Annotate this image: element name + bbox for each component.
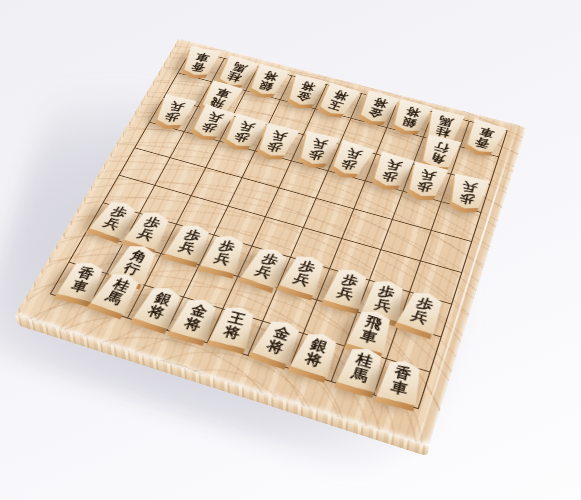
square-2f[interactable]	[370, 250, 421, 293]
piece-top-face	[89, 269, 144, 316]
piece-sente-silver-7i[interactable]: 銀 将	[132, 283, 186, 330]
square-3g[interactable]	[317, 269, 370, 313]
piece-sente-silver-3i[interactable]: 銀 将	[289, 328, 342, 378]
piece-shadow	[188, 238, 242, 282]
square-3e[interactable]	[342, 210, 392, 250]
piece-sente-pawn-4g[interactable]: 歩 兵	[278, 252, 329, 297]
piece-shadow	[266, 257, 322, 304]
piece-side-face	[119, 212, 171, 255]
piece-side-face	[342, 311, 393, 359]
piece-kanji-label: 金 将	[170, 297, 221, 339]
piece-kanji-label: 香 車	[57, 261, 107, 300]
piece-shadow	[44, 265, 101, 310]
perspective-scene: 香 車桂 馬銀 将金 将玉 将金 将銀 将桂 馬香 車飛 車角 行歩 兵歩 兵歩…	[0, 0, 581, 500]
square-1h[interactable]	[387, 325, 441, 372]
square-6i[interactable]	[168, 297, 223, 342]
piece-shadow	[228, 249, 285, 296]
piece-kanji-label: 角 行	[109, 243, 160, 283]
piece-side-face	[165, 299, 218, 346]
square-5f[interactable]	[252, 217, 304, 258]
piece-side-face	[357, 282, 405, 327]
square-8h[interactable]	[107, 243, 161, 285]
piece-top-face	[345, 306, 396, 354]
square-8g[interactable]	[124, 214, 177, 255]
piece-side-face	[52, 263, 105, 307]
piece-kanji-label: 歩 兵	[361, 279, 408, 319]
square-7h[interactable]	[145, 254, 199, 297]
piece-side-face	[286, 333, 340, 383]
piece-shadow	[334, 312, 389, 361]
piece-top-face	[375, 356, 425, 406]
piece-sente-lance-1i[interactable]: 香 車	[375, 356, 425, 406]
square-2g[interactable]	[358, 281, 410, 325]
piece-sente-bishop-8h[interactable]: 角 行	[108, 241, 161, 285]
piece-top-face	[169, 295, 222, 342]
piece-side-face	[104, 245, 157, 290]
square-2h[interactable]	[345, 313, 399, 359]
piece-shadow	[349, 283, 402, 329]
piece-shadow	[238, 321, 297, 372]
piece-top-face	[240, 244, 293, 289]
piece-shadow	[77, 274, 137, 322]
piece-sente-gold-6i[interactable]: 金 将	[169, 295, 222, 342]
piece-top-face	[322, 265, 372, 310]
square-3h[interactable]	[304, 301, 358, 347]
piece-kanji-label: 歩 兵	[200, 234, 248, 272]
piece-kanji-label: 歩 兵	[323, 267, 371, 307]
square-8i[interactable]	[89, 274, 145, 318]
piece-shadow	[277, 334, 335, 385]
square-4i[interactable]	[249, 321, 304, 368]
piece-side-face	[247, 320, 302, 370]
piece-sente-knight-2i[interactable]: 桂 馬	[335, 343, 387, 393]
piece-top-face	[108, 241, 161, 285]
piece-shadow	[120, 288, 179, 336]
piece-sente-pawn-2g[interactable]: 歩 兵	[360, 277, 408, 322]
square-2i[interactable]	[332, 346, 387, 394]
piece-shadow	[311, 271, 365, 318]
photo-background: 香 車桂 馬銀 将金 将玉 将金 将銀 将桂 馬香 車飛 車角 行歩 兵歩 兵歩…	[0, 0, 581, 500]
piece-side-face	[319, 270, 369, 315]
piece-kanji-label: 歩 兵	[165, 223, 214, 261]
square-2e[interactable]	[381, 220, 431, 261]
piece-shadow	[111, 213, 167, 257]
square-4h[interactable]	[263, 289, 317, 334]
piece-side-face	[332, 348, 384, 398]
piece-shadow	[324, 350, 380, 401]
square-5i[interactable]	[208, 309, 263, 355]
piece-top-face	[289, 328, 342, 378]
piece-top-face	[56, 258, 109, 302]
square-5h[interactable]	[223, 277, 277, 321]
piece-sente-pawn-5g[interactable]: 歩 兵	[240, 244, 293, 289]
piece-kanji-label: 歩 兵	[279, 254, 328, 294]
square-6g[interactable]	[199, 235, 252, 277]
piece-side-face	[160, 225, 211, 268]
piece-kanji-label: 桂 馬	[91, 271, 144, 313]
piece-top-face	[396, 288, 448, 336]
piece-kanji-label: 金 将	[252, 318, 304, 362]
square-3f[interactable]	[330, 239, 381, 281]
piece-top-face	[208, 303, 259, 349]
piece-shadow	[152, 226, 207, 270]
piece-kanji-label: 王 将	[209, 305, 259, 346]
square-1e[interactable]	[421, 231, 471, 273]
piece-top-face	[251, 316, 306, 366]
square-1i[interactable]	[374, 359, 429, 408]
square-1g[interactable]	[399, 292, 451, 337]
piece-gote-pawn-1c[interactable]: 歩 兵	[446, 173, 490, 212]
piece-kanji-label: 飛 車	[346, 309, 395, 351]
square-7i[interactable]	[128, 285, 184, 330]
piece-top-face	[278, 252, 329, 297]
piece-side-face	[128, 287, 183, 334]
piece-sente-pawn-7g[interactable]: 歩 兵	[164, 221, 215, 264]
piece-top-face	[335, 343, 387, 393]
board-surface: 香 車桂 馬銀 将金 将玉 将金 将銀 将桂 馬香 車飛 車角 行歩 兵歩 兵歩…	[15, 38, 526, 446]
piece-shadow	[196, 309, 252, 357]
piece-sente-gold-4i[interactable]: 金 将	[251, 316, 306, 366]
square-9h[interactable]	[69, 232, 123, 274]
piece-kanji-label: 歩 兵	[397, 290, 447, 333]
piece-kanji-label: 歩 兵	[241, 246, 291, 287]
piece-side-face	[236, 248, 289, 293]
piece-sente-lance-9i[interactable]: 香 車	[56, 258, 109, 302]
piece-side-face	[275, 256, 326, 301]
piece-kanji-label: 桂 馬	[336, 346, 386, 390]
piece-sente-king-5i[interactable]: 王 将	[208, 303, 259, 349]
piece-top-face	[164, 221, 215, 264]
piece-side-face	[373, 362, 423, 412]
square-6h[interactable]	[184, 266, 238, 309]
piece-top-face	[132, 283, 186, 330]
piece-shadow	[364, 363, 419, 414]
piece-kanji-label: 銀 将	[133, 285, 185, 327]
piece-top-face	[360, 277, 408, 322]
piece-kanji-label: 歩 兵	[124, 210, 174, 248]
piece-sente-pawn-6g[interactable]: 歩 兵	[199, 232, 249, 275]
piece-top-face	[199, 232, 249, 275]
piece-sente-rook-2h[interactable]: 飛 車	[345, 306, 396, 354]
piece-side-face	[85, 273, 141, 320]
piece-kanji-label: 歩 兵	[90, 200, 140, 238]
piece-shadow	[96, 246, 153, 292]
piece-sente-knight-8i[interactable]: 桂 馬	[89, 269, 144, 316]
piece-side-face	[392, 292, 444, 340]
shogi-board: 香 車桂 馬銀 将金 将玉 将金 将銀 将桂 馬香 車飛 車角 行歩 兵歩 兵歩…	[15, 38, 526, 446]
piece-side-face	[205, 308, 257, 355]
piece-sente-pawn-1g[interactable]: 歩 兵	[396, 288, 448, 336]
square-3i[interactable]	[290, 334, 345, 381]
square-5g[interactable]	[238, 247, 291, 289]
piece-sente-pawn-3g[interactable]: 歩 兵	[322, 265, 372, 310]
square-4g[interactable]	[277, 258, 330, 301]
square-1f[interactable]	[410, 261, 461, 304]
square-9i[interactable]	[51, 262, 107, 305]
piece-kanji-label: 香 車	[376, 359, 425, 403]
piece-shadow	[157, 301, 214, 349]
square-4f[interactable]	[291, 228, 342, 269]
piece-shadow	[384, 293, 440, 343]
piece-kanji-label: 銀 将	[290, 331, 341, 375]
piece-side-face	[196, 236, 246, 279]
square-7g[interactable]	[161, 225, 214, 266]
